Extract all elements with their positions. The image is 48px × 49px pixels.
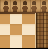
chess-board — [0, 14, 35, 49]
board-square-r1c2-light-empty[interactable] — [22, 24, 35, 35]
board-square-r1c0-light-empty[interactable] — [0, 24, 10, 35]
board-square-r1c1-dark-empty[interactable] — [10, 24, 22, 35]
board-square-r0c0-dark-empty[interactable] — [0, 14, 10, 25]
board-square-r2c1-light-empty[interactable] — [10, 35, 22, 48]
board-square-r2c2-dark-empty[interactable] — [22, 35, 35, 48]
board-square-r0c2-dark-empty[interactable] — [22, 14, 35, 25]
board-square-r0c1-light-empty[interactable] — [10, 14, 22, 25]
board-square-r2c0-dark-empty[interactable] — [0, 35, 10, 48]
chessboard-photo — [0, 0, 48, 48]
carved-right-frame — [35, 13, 48, 48]
